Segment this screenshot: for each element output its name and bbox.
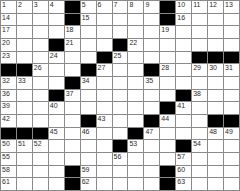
clue-number-30: 30 [209,64,217,72]
clue-number-40: 40 [50,102,58,110]
cell-r13c12[interactable] [192,166,208,179]
cell-r10c6[interactable] [97,128,113,141]
black-cell-r4c6 [97,52,113,65]
cell-r12c0[interactable]: 55 [1,153,17,166]
cell-r0c12[interactable]: 11 [192,1,208,14]
cell-r10c7[interactable] [113,128,129,141]
clue-number-18: 18 [66,26,74,34]
black-cell-r4c14 [224,52,240,65]
cell-r13c11[interactable]: 60 [176,166,192,179]
clue-number-26: 26 [34,64,42,72]
black-cell-r10c8 [128,128,144,141]
cell-r8c5[interactable] [81,102,97,115]
cell-r11c6[interactable] [97,140,113,153]
clue-number-48: 48 [209,128,217,136]
cell-r9c3[interactable] [49,115,65,128]
cell-r14c6[interactable] [97,178,113,191]
clue-number-3: 3 [34,1,38,9]
cell-r3c4[interactable]: 21 [65,39,81,52]
cell-r1c1[interactable] [17,14,33,27]
cell-r0c11[interactable]: 10 [176,1,192,14]
cell-r3c9[interactable] [144,39,160,52]
cell-r0c1[interactable]: 2 [17,1,33,14]
clue-number-58: 58 [2,166,10,174]
cell-r11c0[interactable]: 50 [1,140,17,153]
cell-r13c14[interactable] [224,166,240,179]
cell-r11c5[interactable] [81,140,97,153]
cell-r14c3[interactable] [49,178,65,191]
cell-r12c3[interactable] [49,153,65,166]
cell-r4c5[interactable] [81,52,97,65]
cell-r6c1[interactable]: 33 [17,77,33,90]
cell-r4c7[interactable]: 25 [113,52,129,65]
cell-r4c10[interactable] [160,52,176,65]
black-cell-r13c10 [160,166,176,179]
cell-r7c12[interactable]: 38 [192,90,208,103]
cell-r9c1[interactable] [17,115,33,128]
cell-r1c2[interactable] [33,14,49,27]
cell-r1c13[interactable] [208,14,224,27]
cell-r14c12[interactable] [192,178,208,191]
clue-number-45: 45 [50,128,58,136]
clue-number-9: 9 [145,1,149,9]
clue-number-54: 54 [193,140,201,148]
cell-r9c2[interactable] [33,115,49,128]
cell-r10c12[interactable] [192,128,208,141]
cell-r0c13[interactable]: 12 [208,1,224,14]
clue-number-31: 31 [225,64,233,72]
cell-r12c12[interactable] [192,153,208,166]
cell-r1c7[interactable] [113,14,129,27]
cell-r7c10[interactable] [160,90,176,103]
cell-r8c14[interactable] [224,102,240,115]
cell-r2c6[interactable] [97,26,113,39]
clue-number-61: 61 [2,178,10,186]
cell-r3c6[interactable] [97,39,113,52]
cell-r12c6[interactable] [97,153,113,166]
black-cell-r11c7 [113,140,129,153]
cell-r2c9[interactable] [144,26,160,39]
clue-number-33: 33 [18,77,26,85]
cell-r9c10[interactable]: 44 [160,115,176,128]
cell-r0c0[interactable]: 1 [1,1,17,14]
cell-r8c4[interactable] [65,102,81,115]
cell-r4c2[interactable] [33,52,49,65]
clue-number-39: 39 [2,102,10,110]
cell-r1c9[interactable] [144,14,160,27]
cell-r7c4[interactable]: 37 [65,90,81,103]
clue-number-1: 1 [2,1,6,9]
clue-number-6: 6 [98,1,102,9]
cell-r5c10[interactable]: 28 [160,64,176,77]
clue-number-23: 23 [2,52,10,60]
cell-r14c14[interactable] [224,178,240,191]
cell-r4c0[interactable]: 23 [1,52,17,65]
cell-r3c5[interactable] [81,39,97,52]
cell-r2c14[interactable] [224,26,240,39]
cell-r13c9[interactable] [144,166,160,179]
black-cell-r0c10 [160,1,176,14]
black-cell-r13c4 [65,166,81,179]
clue-number-60: 60 [177,166,185,174]
cell-r10c3[interactable]: 45 [49,128,65,141]
cell-r2c5[interactable] [81,26,97,39]
cell-r13c3[interactable] [49,166,65,179]
cell-r3c13[interactable] [208,39,224,52]
cell-r11c10[interactable] [160,140,176,153]
black-cell-r11c11 [176,140,192,153]
cell-r2c11[interactable] [176,26,192,39]
cell-r5c13[interactable]: 30 [208,64,224,77]
cell-r11c13[interactable] [208,140,224,153]
cell-r0c6[interactable]: 6 [97,1,113,14]
cell-r14c5[interactable]: 62 [81,178,97,191]
cell-r14c13[interactable] [208,178,224,191]
clue-number-59: 59 [82,166,90,174]
cell-r6c12[interactable] [192,77,208,90]
cell-r3c14[interactable] [224,39,240,52]
black-cell-r5c0 [1,64,17,77]
cell-r13c1[interactable] [17,166,33,179]
cell-r2c4[interactable]: 18 [65,26,81,39]
clue-number-47: 47 [145,128,153,136]
clue-number-8: 8 [129,1,133,9]
cell-r5c4[interactable] [65,64,81,77]
cell-r8c6[interactable] [97,102,113,115]
cell-r6c3[interactable] [49,77,65,90]
black-cell-r10c1 [17,128,33,141]
clue-number-5: 5 [82,1,86,9]
cell-r0c2[interactable]: 3 [33,1,49,14]
cell-r9c6[interactable]: 43 [97,115,113,128]
cell-r3c10[interactable] [160,39,176,52]
cell-r14c8[interactable] [128,178,144,191]
clue-number-49: 49 [225,128,233,136]
cell-r12c10[interactable] [160,153,176,166]
black-cell-r6c4 [65,77,81,90]
cell-r12c13[interactable] [208,153,224,166]
cell-r10c9[interactable]: 47 [144,128,160,141]
cell-r13c7[interactable] [113,166,129,179]
cell-r7c6[interactable] [97,90,113,103]
cell-r3c0[interactable]: 20 [1,39,17,52]
cell-r0c5[interactable]: 5 [81,1,97,14]
cell-r2c8[interactable] [128,26,144,39]
clue-number-19: 19 [161,26,169,34]
cell-r8c12[interactable] [192,102,208,115]
cell-r0c8[interactable]: 8 [128,1,144,14]
cell-r4c3[interactable]: 24 [49,52,65,65]
clue-number-52: 52 [34,140,42,148]
clue-number-43: 43 [98,115,106,123]
cell-r4c8[interactable] [128,52,144,65]
cell-r5c3[interactable] [49,64,65,77]
cell-r14c2[interactable] [33,178,49,191]
cell-r6c9[interactable]: 35 [144,77,160,90]
cell-r11c8[interactable]: 53 [128,140,144,153]
cell-r1c11[interactable]: 16 [176,14,192,27]
black-cell-r3c3 [49,39,65,52]
cell-r10c5[interactable]: 46 [81,128,97,141]
cell-r9c0[interactable]: 42 [1,115,17,128]
black-cell-r9c14 [224,115,240,128]
cell-r14c9[interactable] [144,178,160,191]
clue-number-20: 20 [2,39,10,47]
clue-number-27: 27 [98,64,106,72]
cell-r13c5[interactable]: 59 [81,166,97,179]
cell-r8c13[interactable] [208,102,224,115]
cell-r6c11[interactable] [176,77,192,90]
black-cell-r5c1 [17,64,33,77]
black-cell-r9c9 [144,115,160,128]
clue-number-29: 29 [193,64,201,72]
clue-number-56: 56 [114,153,122,161]
cell-r2c0[interactable]: 17 [1,26,17,39]
cell-r6c0[interactable]: 32 [1,77,17,90]
cell-r2c7[interactable] [113,26,129,39]
clue-number-14: 14 [2,14,10,22]
clue-number-21: 21 [66,39,74,47]
cell-r6c7[interactable] [113,77,129,90]
cell-r6c14[interactable] [224,77,240,90]
cell-r2c10[interactable]: 19 [160,26,176,39]
cell-r8c2[interactable] [33,102,49,115]
clue-number-15: 15 [82,14,90,22]
cell-r4c4[interactable] [65,52,81,65]
cell-r10c4[interactable] [65,128,81,141]
cell-r10c13[interactable]: 48 [208,128,224,141]
cell-r1c6[interactable] [97,14,113,27]
cell-r7c1[interactable] [17,90,33,103]
clue-number-51: 51 [18,140,26,148]
clue-number-17: 17 [2,26,10,34]
cell-r0c3[interactable]: 4 [49,1,65,14]
cell-r9c11[interactable] [176,115,192,128]
cell-r12c11[interactable]: 57 [176,153,192,166]
clue-number-4: 4 [50,1,54,9]
cell-r11c2[interactable]: 52 [33,140,49,153]
clue-number-57: 57 [177,153,185,161]
cell-r12c7[interactable]: 56 [113,153,129,166]
cell-r7c2[interactable] [33,90,49,103]
clue-number-34: 34 [82,77,90,85]
cell-r1c5[interactable]: 15 [81,14,97,27]
black-cell-r1c4 [65,14,81,27]
clue-number-50: 50 [2,140,10,148]
cell-r9c8[interactable] [128,115,144,128]
black-cell-r7c3 [49,90,65,103]
cell-r3c11[interactable] [176,39,192,52]
cell-r5c6[interactable]: 27 [97,64,113,77]
cell-r9c4[interactable] [65,115,81,128]
clue-number-25: 25 [114,52,122,60]
cell-r5c8[interactable] [128,64,144,77]
clue-number-11: 11 [193,1,200,9]
cell-r10c14[interactable]: 49 [224,128,240,141]
cell-r7c0[interactable]: 36 [1,90,17,103]
cell-r6c5[interactable]: 34 [81,77,97,90]
cell-r12c2[interactable] [33,153,49,166]
cell-r1c3[interactable] [49,14,65,27]
cell-r3c12[interactable] [192,39,208,52]
clue-number-24: 24 [50,52,58,60]
cell-r0c7[interactable]: 7 [113,1,129,14]
black-cell-r4c12 [192,52,208,65]
cell-r6c8[interactable] [128,77,144,90]
cell-r12c1[interactable] [17,153,33,166]
cell-r2c2[interactable] [33,26,49,39]
cell-r5c11[interactable] [176,64,192,77]
cell-r0c14[interactable]: 13 [224,1,240,14]
cell-r6c2[interactable] [33,77,49,90]
cell-r13c13[interactable] [208,166,224,179]
cell-r11c12[interactable]: 54 [192,140,208,153]
cell-r7c13[interactable] [208,90,224,103]
cell-r7c14[interactable] [224,90,240,103]
cell-r7c8[interactable] [128,90,144,103]
clue-number-63: 63 [177,178,185,186]
clue-number-41: 41 [177,102,185,110]
cell-r13c8[interactable] [128,166,144,179]
cell-r2c13[interactable] [208,26,224,39]
cell-r9c7[interactable] [113,115,129,128]
cell-r4c9[interactable] [144,52,160,65]
cell-r1c0[interactable]: 14 [1,14,17,27]
cell-r12c14[interactable] [224,153,240,166]
black-cell-r8c10 [160,102,176,115]
clue-number-10: 10 [177,1,185,9]
clue-number-2: 2 [18,1,22,9]
cell-r8c0[interactable]: 39 [1,102,17,115]
cell-r5c14[interactable]: 31 [224,64,240,77]
cell-r8c9[interactable] [144,102,160,115]
clue-number-36: 36 [2,90,10,98]
clue-number-44: 44 [161,115,169,123]
cell-r0c9[interactable]: 9 [144,1,160,14]
cell-r14c1[interactable] [17,178,33,191]
cell-r9c12[interactable] [192,115,208,128]
cell-r8c1[interactable] [17,102,33,115]
cell-r11c3[interactable] [49,140,65,153]
cell-r7c5[interactable] [81,90,97,103]
crossword-grid: 1234567891011121314151617181920212223242… [0,0,240,191]
cell-r11c4[interactable] [65,140,81,153]
cell-r12c8[interactable] [128,153,144,166]
cell-r14c0[interactable]: 61 [1,178,17,191]
clue-number-53: 53 [129,140,137,148]
cell-r1c12[interactable] [192,14,208,27]
cell-r5c7[interactable] [113,64,129,77]
cell-r7c7[interactable] [113,90,129,103]
clue-number-22: 22 [129,39,137,47]
cell-r8c7[interactable] [113,102,129,115]
black-cell-r7c11 [176,90,192,103]
clue-number-46: 46 [82,128,90,136]
black-cell-r14c10 [160,178,176,191]
cell-r14c7[interactable] [113,178,129,191]
cell-r13c6[interactable] [97,166,113,179]
cell-r12c4[interactable] [65,153,81,166]
clue-number-37: 37 [66,90,74,98]
clue-number-38: 38 [193,90,201,98]
cell-r11c1[interactable]: 51 [17,140,33,153]
black-cell-r5c5 [81,64,97,77]
black-cell-r9c13 [208,115,224,128]
cell-r14c11[interactable]: 63 [176,178,192,191]
cell-r13c2[interactable] [33,166,49,179]
cell-r7c9[interactable] [144,90,160,103]
black-cell-r0c4 [65,1,81,14]
cell-r5c2[interactable]: 26 [33,64,49,77]
cell-r2c3[interactable] [49,26,65,39]
cell-r4c1[interactable] [17,52,33,65]
cell-r12c5[interactable] [81,153,97,166]
cell-r8c3[interactable]: 40 [49,102,65,115]
cell-r4c11[interactable] [176,52,192,65]
clue-number-55: 55 [2,153,10,161]
black-cell-r3c7 [113,39,129,52]
black-cell-r14c4 [65,178,81,191]
clue-number-13: 13 [225,1,233,9]
cell-r1c8[interactable] [128,14,144,27]
cell-r12c9[interactable] [144,153,160,166]
clue-number-7: 7 [114,1,118,9]
black-cell-r9c5 [81,115,97,128]
cell-r3c2[interactable] [33,39,49,52]
cell-r6c6[interactable] [97,77,113,90]
cell-r8c8[interactable] [128,102,144,115]
cell-r10c11[interactable] [176,128,192,141]
cell-r11c9[interactable] [144,140,160,153]
cell-r5c12[interactable]: 29 [192,64,208,77]
black-cell-r10c0 [1,128,17,141]
cell-r6c10[interactable] [160,77,176,90]
clue-number-35: 35 [145,77,153,85]
clue-number-28: 28 [161,64,169,72]
clue-number-62: 62 [82,178,90,186]
cell-r13c0[interactable]: 58 [1,166,17,179]
black-cell-r10c2 [33,128,49,141]
black-cell-r1c10 [160,14,176,27]
cell-r6c13[interactable] [208,77,224,90]
cell-r8c11[interactable]: 41 [176,102,192,115]
clue-number-42: 42 [2,115,10,123]
clue-number-32: 32 [2,77,10,85]
cell-r3c1[interactable] [17,39,33,52]
black-cell-r4c13 [208,52,224,65]
clue-number-12: 12 [209,1,217,9]
clue-number-16: 16 [177,14,185,22]
cell-r2c12[interactable] [192,26,208,39]
cell-r3c8[interactable]: 22 [128,39,144,52]
cell-r2c1[interactable] [17,26,33,39]
black-cell-r5c9 [144,64,160,77]
cell-r11c14[interactable] [224,140,240,153]
cell-r10c10[interactable] [160,128,176,141]
cell-r1c14[interactable] [224,14,240,27]
